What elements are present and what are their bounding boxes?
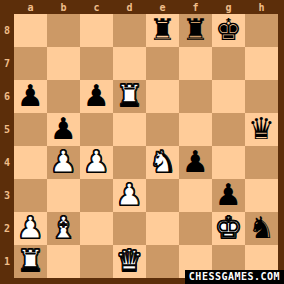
rank-label-5: 5	[0, 113, 14, 146]
square-a7[interactable]	[14, 47, 47, 80]
piece-white-king-g2[interactable]: ♚	[215, 211, 242, 244]
square-g7[interactable]	[212, 47, 245, 80]
square-c5[interactable]	[80, 113, 113, 146]
square-d4[interactable]	[113, 146, 146, 179]
piece-white-pawn-b4[interactable]: ♟	[50, 145, 77, 178]
square-d8[interactable]	[113, 14, 146, 47]
piece-white-bishop-b2[interactable]: ♝	[50, 211, 77, 244]
square-h7[interactable]	[245, 47, 278, 80]
square-e8[interactable]: ♜	[146, 14, 179, 47]
rank-label-3: 3	[0, 179, 14, 212]
square-c3[interactable]	[80, 179, 113, 212]
square-f3[interactable]	[179, 179, 212, 212]
file-label-b: b	[47, 0, 80, 15]
piece-black-rook-e8[interactable]: ♜	[149, 13, 176, 46]
piece-black-pawn-c6[interactable]: ♟	[83, 79, 110, 112]
piece-black-king-g8[interactable]: ♚	[215, 13, 242, 46]
piece-white-pawn-d3[interactable]: ♟	[116, 178, 143, 211]
file-label-a: a	[14, 0, 47, 15]
square-d6[interactable]: ♜	[113, 80, 146, 113]
square-e2[interactable]	[146, 212, 179, 245]
square-b7[interactable]	[47, 47, 80, 80]
rank-label-8: 8	[0, 14, 14, 47]
square-f5[interactable]	[179, 113, 212, 146]
square-f7[interactable]	[179, 47, 212, 80]
square-c6[interactable]: ♟	[80, 80, 113, 113]
square-g2[interactable]: ♚	[212, 212, 245, 245]
square-a3[interactable]	[14, 179, 47, 212]
square-g4[interactable]	[212, 146, 245, 179]
piece-black-knight-h2[interactable]: ♞	[248, 211, 275, 244]
square-h6[interactable]	[245, 80, 278, 113]
file-label-d: d	[113, 0, 146, 15]
rank-label-4: 4	[0, 146, 14, 179]
square-c4[interactable]: ♟	[80, 146, 113, 179]
square-e5[interactable]	[146, 113, 179, 146]
square-g5[interactable]	[212, 113, 245, 146]
file-label-h: h	[245, 0, 278, 15]
square-c1[interactable]	[80, 245, 113, 278]
piece-white-pawn-a2[interactable]: ♟	[17, 211, 44, 244]
piece-black-pawn-b5[interactable]: ♟	[50, 112, 77, 145]
square-g6[interactable]	[212, 80, 245, 113]
rank-labels: 87654321	[0, 14, 14, 278]
piece-white-knight-e4[interactable]: ♞	[149, 145, 176, 178]
watermark: CHESSGAMES.COM	[185, 270, 284, 284]
square-f8[interactable]: ♜	[179, 14, 212, 47]
square-e1[interactable]	[146, 245, 179, 278]
square-b4[interactable]: ♟	[47, 146, 80, 179]
piece-white-queen-d1[interactable]: ♛	[116, 244, 143, 277]
square-b6[interactable]	[47, 80, 80, 113]
piece-white-rook-d6[interactable]: ♜	[116, 79, 143, 112]
square-e7[interactable]	[146, 47, 179, 80]
square-a2[interactable]: ♟	[14, 212, 47, 245]
piece-white-pawn-c4[interactable]: ♟	[83, 145, 110, 178]
square-d2[interactable]	[113, 212, 146, 245]
square-a6[interactable]: ♟	[14, 80, 47, 113]
square-f4[interactable]: ♟	[179, 146, 212, 179]
square-b2[interactable]: ♝	[47, 212, 80, 245]
piece-white-rook-a1[interactable]: ♜	[17, 244, 44, 277]
rank-label-1: 1	[0, 245, 14, 278]
square-c7[interactable]	[80, 47, 113, 80]
square-h3[interactable]	[245, 179, 278, 212]
piece-black-pawn-f4[interactable]: ♟	[182, 145, 209, 178]
rank-label-2: 2	[0, 212, 14, 245]
square-g3[interactable]: ♟	[212, 179, 245, 212]
chess-board-diagram: abcdefgh 87654321 ♜♜♚♟♟♜♟♛♟♟♞♟♟♟♟♝♚♞♜♛ C…	[0, 0, 284, 284]
square-a5[interactable]	[14, 113, 47, 146]
square-b1[interactable]	[47, 245, 80, 278]
piece-black-pawn-a6[interactable]: ♟	[17, 79, 44, 112]
square-b3[interactable]	[47, 179, 80, 212]
square-h4[interactable]	[245, 146, 278, 179]
rank-label-6: 6	[0, 80, 14, 113]
rank-label-7: 7	[0, 47, 14, 80]
square-a1[interactable]: ♜	[14, 245, 47, 278]
square-d1[interactable]: ♛	[113, 245, 146, 278]
square-b8[interactable]	[47, 14, 80, 47]
square-h8[interactable]	[245, 14, 278, 47]
square-d7[interactable]	[113, 47, 146, 80]
piece-black-rook-f8[interactable]: ♜	[182, 13, 209, 46]
square-d3[interactable]: ♟	[113, 179, 146, 212]
piece-black-pawn-g3[interactable]: ♟	[215, 178, 242, 211]
file-label-c: c	[80, 0, 113, 15]
square-c2[interactable]	[80, 212, 113, 245]
square-a4[interactable]	[14, 146, 47, 179]
square-c8[interactable]	[80, 14, 113, 47]
square-d5[interactable]	[113, 113, 146, 146]
square-f6[interactable]	[179, 80, 212, 113]
square-g8[interactable]: ♚	[212, 14, 245, 47]
square-h5[interactable]: ♛	[245, 113, 278, 146]
square-h2[interactable]: ♞	[245, 212, 278, 245]
square-b5[interactable]: ♟	[47, 113, 80, 146]
square-e6[interactable]	[146, 80, 179, 113]
piece-black-queen-h5[interactable]: ♛	[248, 112, 275, 145]
square-f2[interactable]	[179, 212, 212, 245]
square-e4[interactable]: ♞	[146, 146, 179, 179]
square-e3[interactable]	[146, 179, 179, 212]
square-a8[interactable]	[14, 14, 47, 47]
chess-board: ♜♜♚♟♟♜♟♛♟♟♞♟♟♟♟♝♚♞♜♛	[14, 14, 278, 278]
